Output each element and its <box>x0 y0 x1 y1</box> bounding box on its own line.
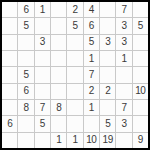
cell-r6c3[interactable] <box>35 84 50 99</box>
cell-r7c4[interactable]: 8 <box>51 100 66 115</box>
cell-r6c8[interactable] <box>116 84 131 99</box>
cell-r3c8[interactable]: 3 <box>116 35 131 50</box>
cell-r2c3[interactable] <box>35 18 50 33</box>
cell-r1c4[interactable] <box>51 2 66 17</box>
cell-r3c6[interactable]: 5 <box>84 35 99 50</box>
cell-r2c7[interactable] <box>100 18 115 33</box>
cell-r6c6[interactable]: 2 <box>84 84 99 99</box>
cell-r9c9[interactable]: 9 <box>133 133 148 148</box>
cell-r9c1[interactable] <box>2 133 17 148</box>
cell-r2c4[interactable] <box>51 18 66 33</box>
cell-r1c7[interactable] <box>100 2 115 17</box>
cell-r9c5[interactable]: 1 <box>67 133 82 148</box>
cell-r6c1[interactable] <box>2 84 17 99</box>
cell-r9c4[interactable]: 1 <box>51 133 66 148</box>
cell-r7c5[interactable] <box>67 100 82 115</box>
cell-r5c3[interactable] <box>35 67 50 82</box>
cell-r1c5[interactable]: 2 <box>67 2 82 17</box>
cell-r8c5[interactable] <box>67 116 82 131</box>
cell-r6c4[interactable] <box>51 84 66 99</box>
cell-r4c1[interactable] <box>2 51 17 66</box>
cell-r9c7[interactable]: 19 <box>100 133 115 148</box>
cell-r8c9[interactable] <box>133 116 148 131</box>
cell-r6c9[interactable]: 10 <box>133 84 148 99</box>
cell-r8c6[interactable] <box>84 116 99 131</box>
cell-r4c7[interactable] <box>100 51 115 66</box>
cell-r5c6[interactable]: 7 <box>84 67 99 82</box>
cell-r6c7[interactable]: 2 <box>100 84 115 99</box>
cell-r8c2[interactable] <box>18 116 33 131</box>
cell-r3c4[interactable] <box>51 35 66 50</box>
cell-r8c7[interactable]: 5 <box>100 116 115 131</box>
cell-r7c3[interactable]: 7 <box>35 100 50 115</box>
cell-r4c5[interactable] <box>67 51 82 66</box>
puzzle-board: 612475563535331157622108781765531110199 <box>0 0 150 150</box>
cell-r9c3[interactable] <box>35 133 50 148</box>
cell-r3c7[interactable]: 3 <box>100 35 115 50</box>
cell-r1c6[interactable]: 4 <box>84 2 99 17</box>
cell-r7c2[interactable]: 8 <box>18 100 33 115</box>
cell-r7c8[interactable]: 7 <box>116 100 131 115</box>
cell-r3c1[interactable] <box>2 35 17 50</box>
cell-r5c9[interactable] <box>133 67 148 82</box>
cell-r4c2[interactable] <box>18 51 33 66</box>
cell-r1c9[interactable] <box>133 2 148 17</box>
cell-r6c5[interactable] <box>67 84 82 99</box>
cell-r8c8[interactable]: 3 <box>116 116 131 131</box>
cell-r9c6[interactable]: 10 <box>84 133 99 148</box>
cell-r6c2[interactable]: 6 <box>18 84 33 99</box>
cell-r3c3[interactable]: 3 <box>35 35 50 50</box>
cell-r7c1[interactable] <box>2 100 17 115</box>
cell-r2c2[interactable]: 5 <box>18 18 33 33</box>
cell-r1c8[interactable]: 7 <box>116 2 131 17</box>
cell-r7c9[interactable] <box>133 100 148 115</box>
cell-r1c1[interactable] <box>2 2 17 17</box>
cell-r5c2[interactable]: 5 <box>18 67 33 82</box>
cell-r8c4[interactable] <box>51 116 66 131</box>
cell-r3c5[interactable] <box>67 35 82 50</box>
cell-r5c8[interactable] <box>116 67 131 82</box>
cell-r2c8[interactable]: 3 <box>116 18 131 33</box>
cell-r2c6[interactable]: 6 <box>84 18 99 33</box>
cell-r9c2[interactable] <box>18 133 33 148</box>
cell-r9c8[interactable] <box>116 133 131 148</box>
cell-r8c3[interactable]: 5 <box>35 116 50 131</box>
cell-r7c6[interactable]: 1 <box>84 100 99 115</box>
cell-r4c6[interactable]: 1 <box>84 51 99 66</box>
cell-r5c4[interactable] <box>51 67 66 82</box>
cell-r7c7[interactable] <box>100 100 115 115</box>
cell-r2c5[interactable]: 5 <box>67 18 82 33</box>
cell-r3c9[interactable] <box>133 35 148 50</box>
cell-r8c1[interactable]: 6 <box>2 116 17 131</box>
cell-r1c3[interactable]: 1 <box>35 2 50 17</box>
cell-r5c5[interactable] <box>67 67 82 82</box>
cell-r1c2[interactable]: 6 <box>18 2 33 17</box>
cell-r5c1[interactable] <box>2 67 17 82</box>
cell-r4c9[interactable] <box>133 51 148 66</box>
cell-r2c1[interactable] <box>2 18 17 33</box>
cell-r3c2[interactable] <box>18 35 33 50</box>
cell-r4c4[interactable] <box>51 51 66 66</box>
cell-r4c8[interactable]: 1 <box>116 51 131 66</box>
cell-r5c7[interactable] <box>100 67 115 82</box>
cell-r4c3[interactable] <box>35 51 50 66</box>
cell-r2c9[interactable]: 5 <box>133 18 148 33</box>
